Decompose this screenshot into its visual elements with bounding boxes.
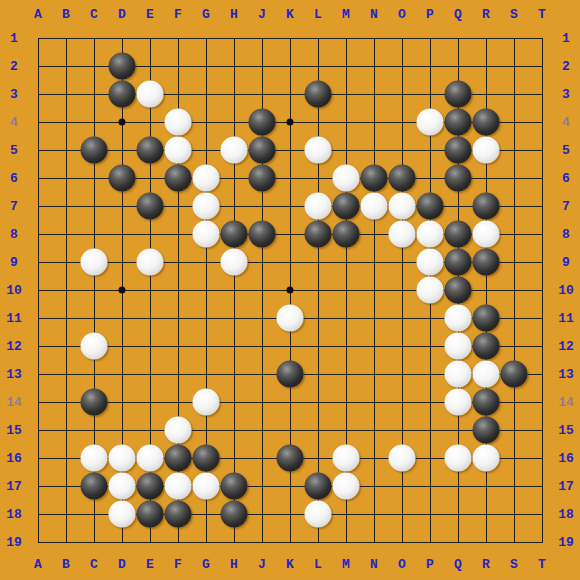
stone-black-J5[interactable]	[249, 137, 276, 164]
row-label-right-5: 5	[562, 144, 570, 157]
col-label-top-D: D	[118, 8, 126, 21]
stone-white-P9[interactable]	[417, 249, 444, 276]
stone-black-E17[interactable]	[137, 473, 164, 500]
col-label-bottom-D: D	[118, 558, 126, 571]
stone-black-D6[interactable]	[109, 165, 136, 192]
stone-white-F17[interactable]	[165, 473, 192, 500]
col-label-bottom-Q: Q	[454, 558, 462, 571]
stone-white-K11[interactable]	[277, 305, 304, 332]
row-label-left-12: 12	[6, 340, 22, 353]
stone-white-O16[interactable]	[389, 445, 416, 472]
stone-black-M8[interactable]	[333, 221, 360, 248]
row-label-right-9: 9	[562, 256, 570, 269]
row-label-left-11: 11	[6, 312, 22, 325]
stone-white-C9[interactable]	[81, 249, 108, 276]
stone-white-G6[interactable]	[193, 165, 220, 192]
col-label-bottom-S: S	[510, 558, 518, 571]
stone-black-Q8[interactable]	[445, 221, 472, 248]
col-label-top-O: O	[398, 8, 406, 21]
row-label-left-7: 7	[10, 200, 18, 213]
stone-black-C5[interactable]	[81, 137, 108, 164]
stone-black-G16[interactable]	[193, 445, 220, 472]
stone-black-F16[interactable]	[165, 445, 192, 472]
stone-black-N6[interactable]	[361, 165, 388, 192]
stone-black-J4[interactable]	[249, 109, 276, 136]
stone-white-D17[interactable]	[109, 473, 136, 500]
stone-white-D18[interactable]	[109, 501, 136, 528]
stone-black-R7[interactable]	[473, 193, 500, 220]
row-label-left-5: 5	[10, 144, 18, 157]
stone-white-P4[interactable]	[417, 109, 444, 136]
col-label-top-N: N	[370, 8, 378, 21]
col-label-top-T: T	[538, 8, 546, 21]
row-label-right-1: 1	[562, 32, 570, 45]
stone-black-K16[interactable]	[277, 445, 304, 472]
stone-black-R4[interactable]	[473, 109, 500, 136]
col-label-bottom-P: P	[426, 558, 434, 571]
row-label-right-16: 16	[558, 452, 574, 465]
stone-black-R11[interactable]	[473, 305, 500, 332]
stone-white-M6[interactable]	[333, 165, 360, 192]
stone-white-M16[interactable]	[333, 445, 360, 472]
stone-white-H9[interactable]	[221, 249, 248, 276]
stone-white-G14[interactable]	[193, 389, 220, 416]
col-label-top-J: J	[258, 8, 266, 21]
stone-black-R9[interactable]	[473, 249, 500, 276]
stone-white-O7[interactable]	[389, 193, 416, 220]
col-label-top-B: B	[62, 8, 70, 21]
row-label-left-3: 3	[10, 88, 18, 101]
stone-black-Q10[interactable]	[445, 277, 472, 304]
row-label-right-3: 3	[562, 88, 570, 101]
col-label-bottom-E: E	[146, 558, 154, 571]
row-label-right-12: 12	[558, 340, 574, 353]
grid-line-vertical-S	[514, 38, 515, 543]
stone-black-R15[interactable]	[473, 417, 500, 444]
col-label-bottom-F: F	[174, 558, 182, 571]
row-label-right-6: 6	[562, 172, 570, 185]
stone-white-R8[interactable]	[473, 221, 500, 248]
hoshi-point-D4	[119, 119, 126, 126]
col-label-bottom-J: J	[258, 558, 266, 571]
stone-white-P8[interactable]	[417, 221, 444, 248]
row-label-right-18: 18	[558, 508, 574, 521]
col-label-bottom-O: O	[398, 558, 406, 571]
col-label-top-R: R	[482, 8, 490, 21]
stone-white-R13[interactable]	[473, 361, 500, 388]
stone-black-E18[interactable]	[137, 501, 164, 528]
row-label-right-17: 17	[558, 480, 574, 493]
stone-white-Q16[interactable]	[445, 445, 472, 472]
stone-black-J8[interactable]	[249, 221, 276, 248]
stone-white-P10[interactable]	[417, 277, 444, 304]
stone-black-L17[interactable]	[305, 473, 332, 500]
go-board[interactable]: AABBCCDDEEFFGGHHJJKKLLMMNNOOPPQQRRSSTT11…	[0, 0, 580, 580]
col-label-top-C: C	[90, 8, 98, 21]
col-label-top-P: P	[426, 8, 434, 21]
row-label-right-7: 7	[562, 200, 570, 213]
col-label-top-M: M	[342, 8, 350, 21]
col-label-bottom-T: T	[538, 558, 546, 571]
grid-line-vertical-L	[318, 38, 319, 543]
col-label-top-G: G	[202, 8, 210, 21]
stone-white-M17[interactable]	[333, 473, 360, 500]
row-label-left-1: 1	[10, 32, 18, 45]
row-label-right-14: 14	[558, 396, 574, 409]
stone-black-E5[interactable]	[137, 137, 164, 164]
stone-white-F15[interactable]	[165, 417, 192, 444]
stone-black-K13[interactable]	[277, 361, 304, 388]
col-label-bottom-N: N	[370, 558, 378, 571]
stone-black-R14[interactable]	[473, 389, 500, 416]
grid-line-horizontal-15	[38, 430, 543, 431]
stone-black-H18[interactable]	[221, 501, 248, 528]
stone-black-H8[interactable]	[221, 221, 248, 248]
row-label-right-13: 13	[558, 368, 574, 381]
stone-black-D3[interactable]	[109, 81, 136, 108]
row-label-left-2: 2	[10, 60, 18, 73]
stone-black-Q5[interactable]	[445, 137, 472, 164]
row-label-left-6: 6	[10, 172, 18, 185]
stone-black-J6[interactable]	[249, 165, 276, 192]
stone-white-R16[interactable]	[473, 445, 500, 472]
stone-black-R12[interactable]	[473, 333, 500, 360]
stone-black-C17[interactable]	[81, 473, 108, 500]
stone-black-E7[interactable]	[137, 193, 164, 220]
row-label-left-10: 10	[6, 284, 22, 297]
stone-white-E3[interactable]	[137, 81, 164, 108]
hoshi-point-K4	[287, 119, 294, 126]
col-label-bottom-R: R	[482, 558, 490, 571]
row-label-right-2: 2	[562, 60, 570, 73]
col-label-top-H: H	[230, 8, 238, 21]
stone-black-C14[interactable]	[81, 389, 108, 416]
stone-white-C16[interactable]	[81, 445, 108, 472]
grid-line-vertical-N	[374, 38, 375, 543]
stone-black-L8[interactable]	[305, 221, 332, 248]
stone-white-L7[interactable]	[305, 193, 332, 220]
stone-black-L3[interactable]	[305, 81, 332, 108]
stone-white-L18[interactable]	[305, 501, 332, 528]
col-label-bottom-G: G	[202, 558, 210, 571]
stone-white-O8[interactable]	[389, 221, 416, 248]
stone-white-N7[interactable]	[361, 193, 388, 220]
stone-black-Q6[interactable]	[445, 165, 472, 192]
stone-black-O6[interactable]	[389, 165, 416, 192]
stone-white-G8[interactable]	[193, 221, 220, 248]
row-label-right-4: 4	[562, 116, 570, 129]
row-label-left-18: 18	[6, 508, 22, 521]
stone-black-D2[interactable]	[109, 53, 136, 80]
stone-black-Q3[interactable]	[445, 81, 472, 108]
row-label-left-8: 8	[10, 228, 18, 241]
col-label-bottom-C: C	[90, 558, 98, 571]
stone-white-Q14[interactable]	[445, 389, 472, 416]
stone-white-C12[interactable]	[81, 333, 108, 360]
stone-white-G17[interactable]	[193, 473, 220, 500]
stone-black-S13[interactable]	[501, 361, 528, 388]
stone-black-Q4[interactable]	[445, 109, 472, 136]
col-label-bottom-M: M	[342, 558, 350, 571]
col-label-bottom-L: L	[314, 558, 322, 571]
row-label-left-16: 16	[6, 452, 22, 465]
col-label-bottom-B: B	[62, 558, 70, 571]
stone-white-H5[interactable]	[221, 137, 248, 164]
stone-white-Q12[interactable]	[445, 333, 472, 360]
col-label-top-S: S	[510, 8, 518, 21]
grid-line-vertical-T	[542, 38, 543, 543]
stone-white-D16[interactable]	[109, 445, 136, 472]
stone-white-Q11[interactable]	[445, 305, 472, 332]
col-label-bottom-H: H	[230, 558, 238, 571]
row-label-left-19: 19	[6, 536, 22, 549]
row-label-right-8: 8	[562, 228, 570, 241]
col-label-top-F: F	[174, 8, 182, 21]
stone-black-F18[interactable]	[165, 501, 192, 528]
hoshi-point-D10	[119, 287, 126, 294]
row-label-right-19: 19	[558, 536, 574, 549]
row-label-left-13: 13	[6, 368, 22, 381]
row-label-left-15: 15	[6, 424, 22, 437]
col-label-top-A: A	[34, 8, 42, 21]
stone-white-G7[interactable]	[193, 193, 220, 220]
col-label-top-Q: Q	[454, 8, 462, 21]
row-label-left-9: 9	[10, 256, 18, 269]
hoshi-point-K10	[287, 287, 294, 294]
col-label-top-K: K	[286, 8, 294, 21]
row-label-left-14: 14	[6, 396, 22, 409]
stone-white-E16[interactable]	[137, 445, 164, 472]
stone-black-H17[interactable]	[221, 473, 248, 500]
stone-white-R5[interactable]	[473, 137, 500, 164]
grid-line-horizontal-19	[38, 542, 543, 543]
row-label-left-17: 17	[6, 480, 22, 493]
stone-white-E9[interactable]	[137, 249, 164, 276]
row-label-left-4: 4	[10, 116, 18, 129]
col-label-bottom-K: K	[286, 558, 294, 571]
stone-white-F4[interactable]	[165, 109, 192, 136]
stone-black-M7[interactable]	[333, 193, 360, 220]
row-label-right-10: 10	[558, 284, 574, 297]
stone-black-P7[interactable]	[417, 193, 444, 220]
stone-black-F6[interactable]	[165, 165, 192, 192]
row-label-right-15: 15	[558, 424, 574, 437]
row-label-right-11: 11	[558, 312, 574, 325]
stone-black-Q9[interactable]	[445, 249, 472, 276]
stone-white-L5[interactable]	[305, 137, 332, 164]
col-label-bottom-A: A	[34, 558, 42, 571]
col-label-top-L: L	[314, 8, 322, 21]
stone-white-Q13[interactable]	[445, 361, 472, 388]
stone-white-F5[interactable]	[165, 137, 192, 164]
col-label-top-E: E	[146, 8, 154, 21]
